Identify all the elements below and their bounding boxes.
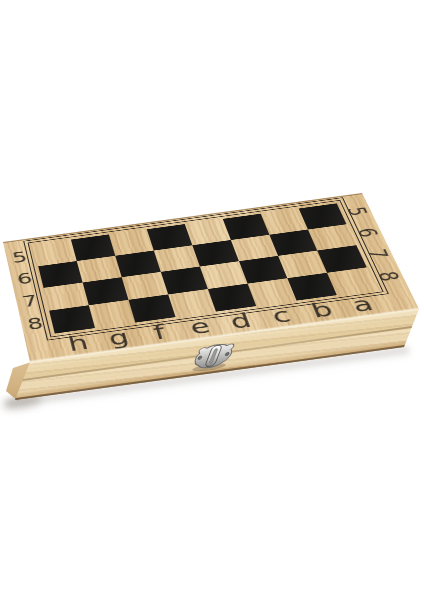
rank-label-left-8: 8 <box>19 311 51 338</box>
rank-label-right-6: 6 <box>346 222 390 242</box>
rank-label-right-7: 7 <box>356 243 401 264</box>
product-photo-chess-box: 5678 5678 hgfedcba <box>0 0 424 600</box>
rank-label-right-8: 8 <box>366 265 411 286</box>
rank-label-right-5: 5 <box>336 202 379 222</box>
